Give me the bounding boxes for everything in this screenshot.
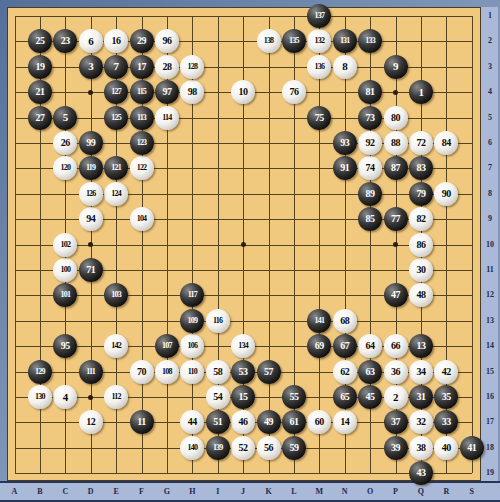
stone-white-82[interactable]: 82 [409, 207, 433, 231]
stone-white-52[interactable]: 52 [231, 436, 255, 460]
stone-white-62[interactable]: 62 [333, 360, 357, 384]
stone-black-3[interactable]: 3 [79, 55, 103, 79]
stone-white-72[interactable]: 72 [409, 131, 433, 155]
stone-black-43[interactable]: 43 [409, 461, 433, 485]
row-label-14: 14 [481, 341, 499, 351]
stone-black-39[interactable]: 39 [384, 436, 408, 460]
stone-black-29[interactable]: 29 [130, 29, 154, 53]
stone-black-97[interactable]: 97 [155, 80, 179, 104]
stone-black-115[interactable]: 115 [130, 80, 154, 104]
stone-black-75[interactable]: 75 [307, 106, 331, 130]
stone-black-67[interactable]: 67 [333, 334, 357, 358]
stone-white-68[interactable]: 68 [333, 309, 357, 333]
stone-black-89[interactable]: 89 [358, 182, 382, 206]
grid-line-vertical [269, 16, 270, 473]
stone-black-113[interactable]: 113 [130, 106, 154, 130]
stone-white-138[interactable]: 138 [257, 29, 281, 53]
stone-white-86[interactable]: 86 [409, 233, 433, 257]
stone-black-27[interactable]: 27 [28, 106, 52, 130]
stone-black-123[interactable]: 123 [130, 131, 154, 155]
star-point [241, 242, 246, 247]
stone-white-12[interactable]: 12 [79, 410, 103, 434]
stone-white-88[interactable]: 88 [384, 131, 408, 155]
col-label-R: R [437, 487, 455, 497]
row-label-15: 15 [481, 367, 499, 377]
stone-black-13[interactable]: 13 [409, 334, 433, 358]
col-label-L: L [285, 487, 303, 497]
star-point [393, 90, 398, 95]
stone-white-108[interactable]: 108 [155, 360, 179, 384]
row-label-3: 3 [481, 62, 499, 72]
col-label-Q: Q [412, 487, 430, 497]
stone-white-6[interactable]: 6 [79, 29, 103, 53]
stone-black-45[interactable]: 45 [358, 385, 382, 409]
stone-black-31[interactable]: 31 [409, 385, 433, 409]
row-label-12: 12 [481, 290, 499, 300]
row-label-6: 6 [481, 138, 499, 148]
stone-white-8[interactable]: 8 [333, 55, 357, 79]
col-label-A: A [6, 487, 24, 497]
stone-black-37[interactable]: 37 [384, 410, 408, 434]
row-label-18: 18 [481, 443, 499, 453]
row-coordinates-strip [481, 7, 500, 502]
col-label-G: G [158, 487, 176, 497]
stone-white-66[interactable]: 66 [384, 334, 408, 358]
stone-black-11[interactable]: 11 [130, 410, 154, 434]
stone-white-90[interactable]: 90 [434, 182, 458, 206]
stone-white-30[interactable]: 30 [409, 258, 433, 282]
stone-white-136[interactable]: 136 [307, 55, 331, 79]
row-label-10: 10 [481, 240, 499, 250]
stone-black-53[interactable]: 53 [231, 360, 255, 384]
grid-line-vertical [472, 16, 473, 473]
stone-white-58[interactable]: 58 [206, 360, 230, 384]
row-label-19: 19 [481, 468, 499, 478]
stone-white-56[interactable]: 56 [257, 436, 281, 460]
stone-black-9[interactable]: 9 [384, 55, 408, 79]
stone-black-17[interactable]: 17 [130, 55, 154, 79]
stone-white-110[interactable]: 110 [180, 360, 204, 384]
col-label-M: M [310, 487, 328, 497]
stone-white-104[interactable]: 104 [130, 207, 154, 231]
stone-white-94[interactable]: 94 [79, 207, 103, 231]
col-label-F: F [133, 487, 151, 497]
stone-white-54[interactable]: 54 [206, 385, 230, 409]
stone-black-19[interactable]: 19 [28, 55, 52, 79]
stone-black-63[interactable]: 63 [358, 360, 382, 384]
stone-white-38[interactable]: 38 [409, 436, 433, 460]
row-label-8: 8 [481, 189, 499, 199]
stone-black-51[interactable]: 51 [206, 410, 230, 434]
col-label-J: J [234, 487, 252, 497]
stone-black-15[interactable]: 15 [231, 385, 255, 409]
stone-black-109[interactable]: 109 [180, 309, 204, 333]
stone-black-59[interactable]: 59 [282, 436, 306, 460]
col-label-K: K [260, 487, 278, 497]
col-label-C: C [56, 487, 74, 497]
stone-white-126[interactable]: 126 [79, 182, 103, 206]
stone-white-128[interactable]: 128 [180, 55, 204, 79]
col-label-P: P [387, 487, 405, 497]
col-label-B: B [31, 487, 49, 497]
stone-white-28[interactable]: 28 [155, 55, 179, 79]
stone-black-65[interactable]: 65 [333, 385, 357, 409]
row-label-4: 4 [481, 87, 499, 97]
row-label-5: 5 [481, 113, 499, 123]
stone-black-57[interactable]: 57 [257, 360, 281, 384]
col-label-E: E [107, 487, 125, 497]
stone-white-36[interactable]: 36 [384, 360, 408, 384]
row-label-2: 2 [481, 36, 499, 46]
stone-black-1[interactable]: 1 [409, 80, 433, 104]
stone-white-130[interactable]: 130 [28, 385, 52, 409]
stone-black-87[interactable]: 87 [384, 156, 408, 180]
col-label-S: S [463, 487, 481, 497]
stone-black-47[interactable]: 47 [384, 283, 408, 307]
star-point [88, 395, 93, 400]
stone-black-71[interactable]: 71 [79, 258, 103, 282]
stone-black-111[interactable]: 111 [79, 360, 103, 384]
grid-line-vertical [319, 16, 320, 473]
stone-black-49[interactable]: 49 [257, 410, 281, 434]
stone-black-119[interactable]: 119 [79, 156, 103, 180]
stone-black-79[interactable]: 79 [409, 182, 433, 206]
stone-black-73[interactable]: 73 [358, 106, 382, 130]
stone-black-139[interactable]: 139 [206, 436, 230, 460]
row-label-17: 17 [481, 417, 499, 427]
stone-black-99[interactable]: 99 [79, 131, 103, 155]
stone-white-42[interactable]: 42 [434, 360, 458, 384]
stone-white-112[interactable]: 112 [104, 385, 128, 409]
stone-white-40[interactable]: 40 [434, 436, 458, 460]
stone-black-5[interactable]: 5 [53, 106, 77, 130]
stone-black-7[interactable]: 7 [104, 55, 128, 79]
stone-white-80[interactable]: 80 [384, 106, 408, 130]
stone-white-114[interactable]: 114 [155, 106, 179, 130]
stone-white-140[interactable]: 140 [180, 436, 204, 460]
stone-white-116[interactable]: 116 [206, 309, 230, 333]
stone-white-102[interactable]: 102 [53, 233, 77, 257]
stone-white-76[interactable]: 76 [282, 80, 306, 104]
row-label-11: 11 [481, 265, 499, 275]
col-label-I: I [209, 487, 227, 497]
stone-black-129[interactable]: 129 [28, 360, 52, 384]
col-label-N: N [336, 487, 354, 497]
stone-white-2[interactable]: 2 [384, 385, 408, 409]
board-frame: 1234567891011121314151617192123252627282… [0, 0, 500, 502]
stone-white-92[interactable]: 92 [358, 131, 382, 155]
stone-white-34[interactable]: 34 [409, 360, 433, 384]
row-label-1: 1 [481, 11, 499, 21]
grid-line-horizontal [15, 321, 472, 322]
stone-black-93[interactable]: 93 [333, 131, 357, 155]
row-label-7: 7 [481, 163, 499, 173]
stone-white-122[interactable]: 122 [130, 156, 154, 180]
stone-black-21[interactable]: 21 [28, 80, 52, 104]
grid-line-horizontal [15, 473, 472, 474]
row-label-9: 9 [481, 214, 499, 224]
stone-black-141[interactable]: 141 [307, 309, 331, 333]
stone-black-91[interactable]: 91 [333, 156, 357, 180]
stone-black-107[interactable]: 107 [155, 334, 179, 358]
star-point [88, 90, 93, 95]
stone-white-14[interactable]: 14 [333, 410, 357, 434]
stone-black-55[interactable]: 55 [282, 385, 306, 409]
col-label-O: O [361, 487, 379, 497]
stone-black-131[interactable]: 131 [333, 29, 357, 53]
stone-white-124[interactable]: 124 [104, 182, 128, 206]
col-label-D: D [82, 487, 100, 497]
row-label-13: 13 [481, 316, 499, 326]
stone-white-70[interactable]: 70 [130, 360, 154, 384]
row-label-16: 16 [481, 392, 499, 402]
stone-black-77[interactable]: 77 [384, 207, 408, 231]
stone-black-125[interactable]: 125 [104, 106, 128, 130]
col-label-H: H [183, 487, 201, 497]
